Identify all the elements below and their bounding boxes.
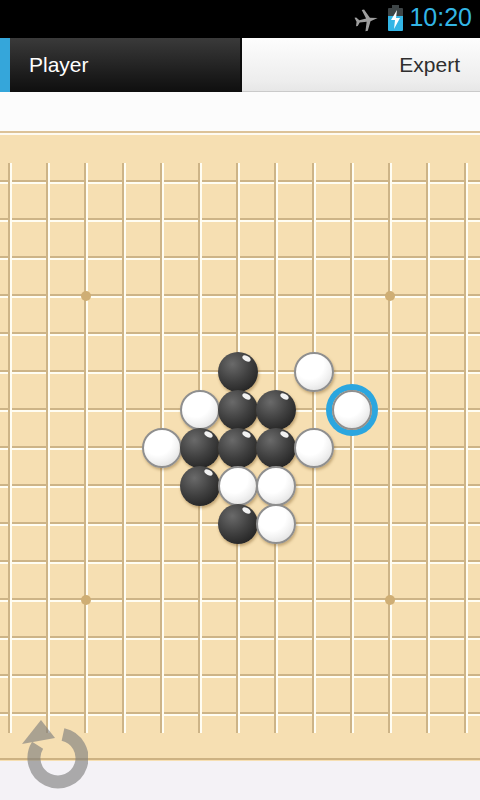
battery-charging-icon bbox=[388, 8, 403, 31]
board-gridline-v bbox=[8, 163, 12, 733]
board-gridline-h bbox=[0, 560, 480, 564]
white-stone bbox=[294, 428, 334, 468]
last-move-stone bbox=[332, 390, 372, 430]
board-gridline-h bbox=[0, 598, 480, 602]
black-stone bbox=[256, 390, 296, 430]
tab-bar-spacer bbox=[0, 92, 480, 131]
black-stone bbox=[218, 352, 258, 392]
clock-text: 10:20 bbox=[409, 3, 472, 32]
board-gridline-v bbox=[388, 163, 392, 733]
tab-expert-label: Expert bbox=[399, 53, 460, 76]
white-stone bbox=[294, 352, 334, 392]
star-point bbox=[385, 595, 395, 605]
black-stone bbox=[180, 428, 220, 468]
star-point bbox=[81, 291, 91, 301]
board-gridline-v bbox=[46, 163, 50, 733]
app-screen: 10:20 Player Expert bbox=[0, 0, 480, 800]
board-gridline-v bbox=[464, 163, 468, 733]
white-stone bbox=[142, 428, 182, 468]
board-gridline-h bbox=[0, 294, 480, 298]
airplane-mode-icon bbox=[354, 7, 380, 33]
tab-expert[interactable]: Expert bbox=[240, 38, 480, 92]
white-stone bbox=[256, 504, 296, 544]
tab-bar: Player Expert bbox=[0, 38, 480, 92]
white-stone bbox=[218, 466, 258, 506]
black-stone bbox=[218, 504, 258, 544]
undo-counterclockwise-icon bbox=[18, 716, 88, 798]
tab-player-label: Player bbox=[29, 38, 89, 92]
board-gridline-h bbox=[0, 218, 480, 222]
black-stone bbox=[256, 428, 296, 468]
black-stone bbox=[218, 428, 258, 468]
board-gridline-v bbox=[122, 163, 126, 733]
white-stone bbox=[256, 466, 296, 506]
board-gridline-h bbox=[0, 636, 480, 640]
board-gridline-h bbox=[0, 674, 480, 678]
board-gridline-h bbox=[0, 256, 480, 260]
black-stone bbox=[218, 390, 258, 430]
undo-button[interactable] bbox=[18, 716, 88, 798]
board-gridline-v bbox=[84, 163, 88, 733]
white-stone bbox=[180, 390, 220, 430]
board-gridline-h bbox=[0, 180, 480, 184]
board-gridline-h bbox=[0, 332, 480, 336]
star-point bbox=[385, 291, 395, 301]
star-point bbox=[81, 595, 91, 605]
active-tab-indicator bbox=[0, 38, 10, 92]
status-bar: 10:20 bbox=[0, 0, 480, 38]
board-gridline-v bbox=[350, 163, 354, 733]
black-stone bbox=[180, 466, 220, 506]
board-gridline-v bbox=[426, 163, 430, 733]
tab-player[interactable]: Player bbox=[0, 38, 240, 92]
game-board[interactable] bbox=[0, 131, 480, 761]
